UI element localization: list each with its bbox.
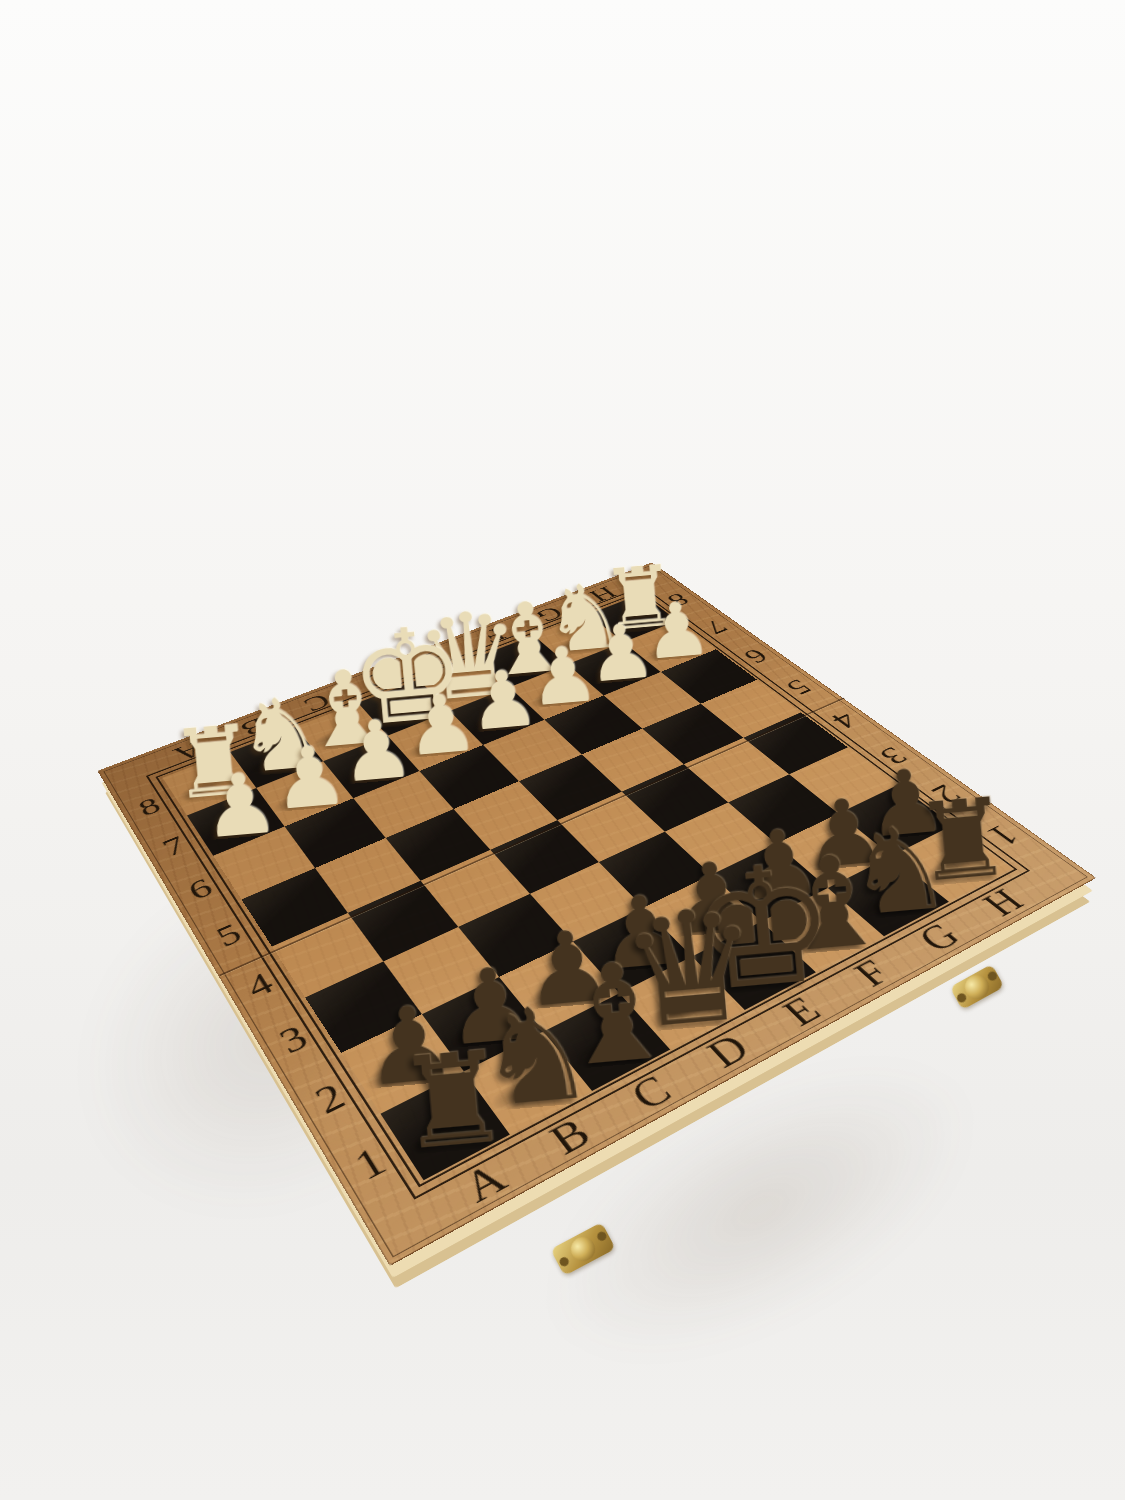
rank-label-left-5: 5 — [210, 916, 248, 954]
rank-label-right-4: 4 — [823, 707, 867, 735]
rank-label-right-6: 6 — [736, 644, 775, 668]
photo-background: ♜♞♝♚♛♝♞♜♟♟♟♟♟♟♟♟♟♟♟♟♟♟♟♟♜♞♝♛♚♝♞♜ AABBCCD… — [0, 0, 1125, 1500]
rank-label-left-4: 4 — [239, 964, 279, 1005]
rank-label-right-5: 5 — [778, 674, 819, 700]
rank-label-left-6: 6 — [182, 871, 218, 906]
